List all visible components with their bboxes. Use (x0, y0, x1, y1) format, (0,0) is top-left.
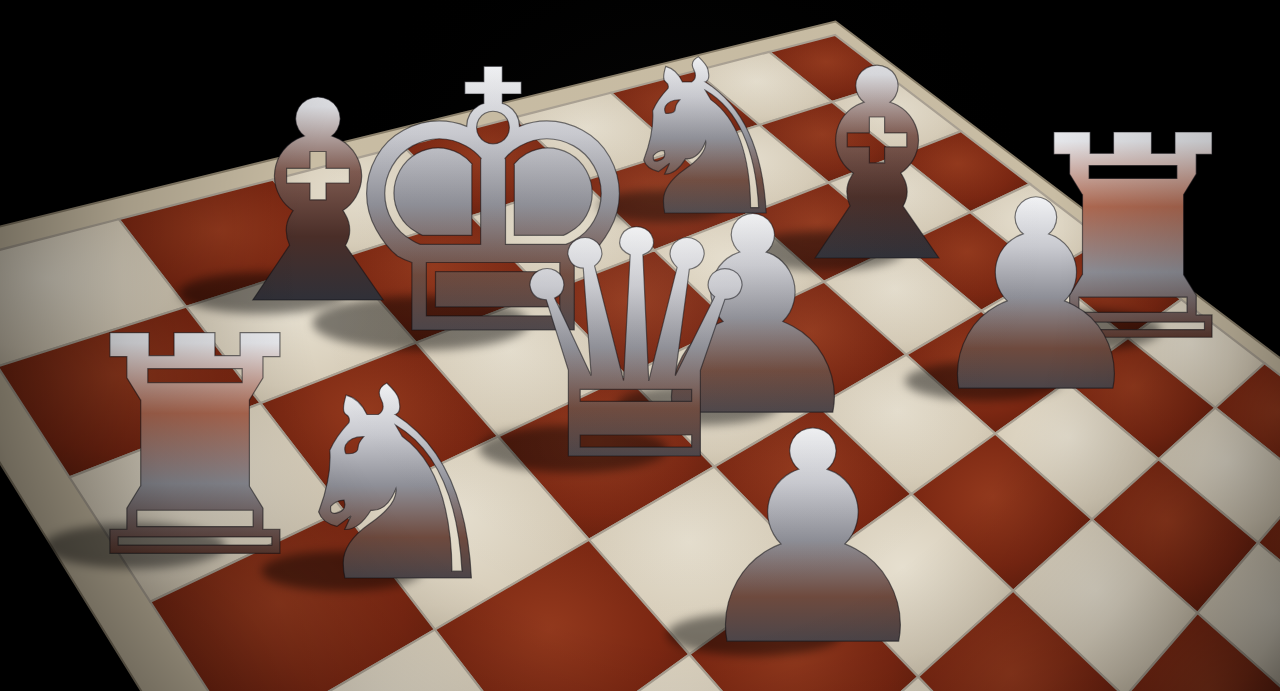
vignette-overlay (0, 0, 1280, 691)
chess-scene: ♞♝♝♚♜♟♟♛♜♞♟ (0, 0, 1280, 691)
board-render: ♞♝♝♚♜♟♟♛♜♞♟ (0, 0, 1280, 691)
